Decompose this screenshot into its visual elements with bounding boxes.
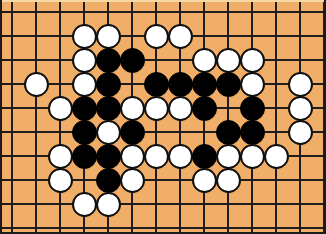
white-stone[interactable] — [144, 24, 169, 49]
grid-line-horizontal — [0, 203, 326, 205]
grid-line-horizontal — [0, 131, 326, 133]
grid-line-horizontal — [0, 227, 326, 229]
board-border-top — [0, 0, 326, 2]
black-stone[interactable] — [240, 120, 265, 145]
white-stone[interactable] — [192, 168, 217, 193]
board-border-bottom — [0, 232, 326, 234]
black-stone[interactable] — [192, 144, 217, 169]
black-stone[interactable] — [144, 72, 169, 97]
black-stone[interactable] — [96, 48, 121, 73]
black-stone[interactable] — [96, 144, 121, 169]
white-stone[interactable] — [96, 120, 121, 145]
black-stone[interactable] — [168, 72, 193, 97]
white-stone[interactable] — [48, 168, 73, 193]
black-stone[interactable] — [96, 96, 121, 121]
white-stone[interactable] — [288, 96, 313, 121]
white-stone[interactable] — [168, 96, 193, 121]
go-board[interactable] — [0, 0, 326, 234]
white-stone[interactable] — [168, 24, 193, 49]
black-stone[interactable] — [192, 96, 217, 121]
black-stone[interactable] — [72, 120, 97, 145]
board-border-left — [0, 0, 2, 234]
white-stone[interactable] — [24, 72, 49, 97]
white-stone[interactable] — [192, 48, 217, 73]
white-stone[interactable] — [72, 192, 97, 217]
white-stone[interactable] — [72, 48, 97, 73]
black-stone[interactable] — [120, 120, 145, 145]
black-stone[interactable] — [96, 72, 121, 97]
white-stone[interactable] — [72, 24, 97, 49]
white-stone[interactable] — [216, 144, 241, 169]
white-stone[interactable] — [96, 24, 121, 49]
white-stone[interactable] — [96, 192, 121, 217]
black-stone[interactable] — [120, 48, 145, 73]
grid-line-horizontal — [0, 59, 326, 61]
black-stone[interactable] — [72, 144, 97, 169]
white-stone[interactable] — [120, 144, 145, 169]
white-stone[interactable] — [240, 144, 265, 169]
white-stone[interactable] — [216, 48, 241, 73]
white-stone[interactable] — [264, 144, 289, 169]
white-stone[interactable] — [48, 96, 73, 121]
black-stone[interactable] — [216, 72, 241, 97]
black-stone[interactable] — [240, 96, 265, 121]
white-stone[interactable] — [288, 120, 313, 145]
white-stone[interactable] — [168, 144, 193, 169]
white-stone[interactable] — [48, 144, 73, 169]
white-stone[interactable] — [120, 168, 145, 193]
white-stone[interactable] — [240, 48, 265, 73]
go-diagram — [0, 0, 326, 234]
white-stone[interactable] — [144, 144, 169, 169]
white-stone[interactable] — [120, 96, 145, 121]
black-stone[interactable] — [192, 72, 217, 97]
grid-line-horizontal — [0, 11, 326, 13]
white-stone[interactable] — [72, 72, 97, 97]
black-stone[interactable] — [216, 120, 241, 145]
black-stone[interactable] — [96, 168, 121, 193]
white-stone[interactable] — [216, 168, 241, 193]
white-stone[interactable] — [240, 72, 265, 97]
white-stone[interactable] — [288, 72, 313, 97]
white-stone[interactable] — [144, 96, 169, 121]
black-stone[interactable] — [72, 96, 97, 121]
